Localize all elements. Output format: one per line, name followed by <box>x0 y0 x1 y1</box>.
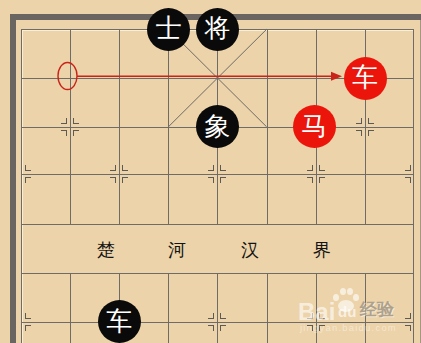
piece-black-elephant[interactable]: 象 <box>196 105 239 148</box>
point-marker-bracket <box>122 165 128 171</box>
piece-red-horse[interactable]: 马 <box>293 105 336 148</box>
point-marker-bracket <box>220 313 226 319</box>
point-marker-bracket <box>405 165 411 171</box>
grid-line <box>267 273 268 343</box>
point-marker-bracket <box>220 177 226 183</box>
point-marker-bracket <box>319 177 325 183</box>
point-marker-bracket <box>307 177 313 183</box>
grid-line <box>267 29 268 224</box>
watermark-jingyan-text: 经验 <box>360 298 394 321</box>
point-marker-bracket <box>110 165 116 171</box>
point-marker-bracket <box>368 118 374 124</box>
point-marker-bracket <box>368 130 374 136</box>
point-marker-bracket <box>110 177 116 183</box>
river-label: 界 <box>313 238 331 262</box>
grid-line <box>168 29 169 224</box>
point-marker-bracket <box>25 165 31 171</box>
point-marker-bracket <box>61 130 67 136</box>
point-marker-bracket <box>122 177 128 183</box>
grid-line <box>70 29 71 224</box>
grid-line <box>22 224 415 225</box>
point-marker-bracket <box>208 177 214 183</box>
point-marker-bracket <box>220 165 226 171</box>
point-marker-bracket <box>356 130 362 136</box>
watermark-url-text: jingyan.baidu.com <box>300 322 397 333</box>
piece-black-general[interactable]: 将 <box>196 8 239 51</box>
point-marker-bracket <box>61 118 67 124</box>
point-marker-bracket <box>405 177 411 183</box>
point-marker-bracket <box>73 118 79 124</box>
watermark-du-text: du <box>338 303 356 320</box>
point-marker-bracket <box>25 313 31 319</box>
point-marker-bracket <box>319 165 325 171</box>
board-frame-left <box>10 14 16 343</box>
baidu-jingyan-watermark: Bai du 经验 jingyan.baidu.com <box>296 286 420 336</box>
grid-line <box>217 273 218 343</box>
grid-line <box>119 29 120 224</box>
point-marker-bracket <box>25 325 31 331</box>
river-label: 汉 <box>241 238 259 262</box>
river-label: 楚 <box>97 238 115 262</box>
point-marker-bracket <box>208 325 214 331</box>
point-marker-bracket <box>220 325 226 331</box>
grid-line <box>70 273 71 343</box>
point-marker-bracket <box>307 165 313 171</box>
grid-line <box>168 273 169 343</box>
piece-black-advisor[interactable]: 士 <box>147 8 190 51</box>
river-label: 河 <box>168 238 186 262</box>
point-marker-bracket <box>356 118 362 124</box>
piece-black-chariot[interactable]: 车 <box>98 300 141 343</box>
point-marker-bracket <box>208 165 214 171</box>
xiangqi-board-screenshot: 楚河汉界 士将象车马车 Bai du 经验 jingyan.baidu.com <box>0 0 421 343</box>
point-marker-bracket <box>208 313 214 319</box>
point-marker-bracket <box>73 130 79 136</box>
point-marker-bracket <box>25 177 31 183</box>
piece-red-chariot[interactable]: 车 <box>344 57 387 100</box>
